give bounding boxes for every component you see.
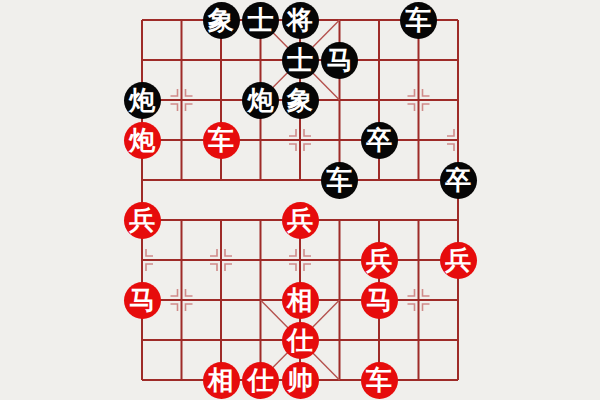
piece-red-horse[interactable]: 马	[361, 282, 398, 319]
piece-red-soldier[interactable]: 兵	[361, 242, 398, 279]
board-point-c4r8: 仕	[280, 320, 320, 360]
piece-black-soldier[interactable]: 卒	[361, 122, 398, 159]
piece-red-soldier[interactable]: 兵	[282, 202, 319, 239]
piece-black-chariot[interactable]: 车	[321, 162, 358, 199]
board-point-c0r7: 马	[122, 280, 162, 320]
piece-red-general[interactable]: 帅	[282, 362, 319, 399]
board-point-c5r4: 车	[320, 160, 360, 200]
piece-red-elephant[interactable]: 相	[282, 282, 319, 319]
piece-red-soldier[interactable]: 兵	[440, 242, 477, 279]
board-point-c3r0: 士	[241, 0, 281, 40]
board-point-c0r5: 兵	[122, 200, 162, 240]
piece-black-elephant[interactable]: 象	[282, 82, 319, 119]
piece-red-chariot[interactable]: 车	[203, 122, 240, 159]
board-point-c3r2: 炮	[241, 80, 281, 120]
board-point-c2r3: 车	[201, 120, 241, 160]
piece-black-elephant[interactable]: 象	[203, 2, 240, 39]
board-point-c3r9: 仕	[241, 360, 281, 400]
board-point-c4r1: 士	[280, 40, 320, 80]
piece-black-cannon[interactable]: 炮	[242, 82, 279, 119]
board-point-c5r1: 马	[320, 40, 360, 80]
piece-red-cannon[interactable]: 炮	[124, 122, 161, 159]
piece-black-soldier[interactable]: 卒	[440, 162, 477, 199]
pieces-layer: 象士将车士马炮炮象炮车卒车卒兵兵兵兵马相马仕相仕帅车	[122, 0, 478, 400]
board-point-c4r2: 象	[280, 80, 320, 120]
piece-red-horse[interactable]: 马	[124, 282, 161, 319]
board-point-c7r0: 车	[399, 0, 439, 40]
piece-black-chariot[interactable]: 车	[400, 2, 437, 39]
board-point-c6r3: 卒	[359, 120, 399, 160]
piece-black-advisor[interactable]: 士	[242, 2, 279, 39]
piece-red-advisor[interactable]: 仕	[282, 322, 319, 359]
board-point-c4r5: 兵	[280, 200, 320, 240]
piece-black-general[interactable]: 将	[282, 2, 319, 39]
board-point-c8r4: 卒	[438, 160, 478, 200]
board-point-c8r6: 兵	[438, 240, 478, 280]
board-point-c0r2: 炮	[122, 80, 162, 120]
board-point-c6r9: 车	[359, 360, 399, 400]
board-point-c2r0: 象	[201, 0, 241, 40]
board-point-c4r7: 相	[280, 280, 320, 320]
board-point-c6r7: 马	[359, 280, 399, 320]
piece-red-elephant[interactable]: 相	[203, 362, 240, 399]
piece-red-soldier[interactable]: 兵	[124, 202, 161, 239]
piece-red-advisor[interactable]: 仕	[242, 362, 279, 399]
board-point-c0r3: 炮	[122, 120, 162, 160]
board-point-c6r6: 兵	[359, 240, 399, 280]
piece-red-chariot[interactable]: 车	[361, 362, 398, 399]
board-point-c2r9: 相	[201, 360, 241, 400]
piece-black-cannon[interactable]: 炮	[124, 82, 161, 119]
piece-black-horse[interactable]: 马	[321, 42, 358, 79]
board-point-c4r9: 帅	[280, 360, 320, 400]
piece-black-advisor[interactable]: 士	[282, 42, 319, 79]
board-point-c4r0: 将	[280, 0, 320, 40]
xiangqi-board: 象士将车士马炮炮象炮车卒车卒兵兵兵兵马相马仕相仕帅车	[0, 0, 600, 400]
